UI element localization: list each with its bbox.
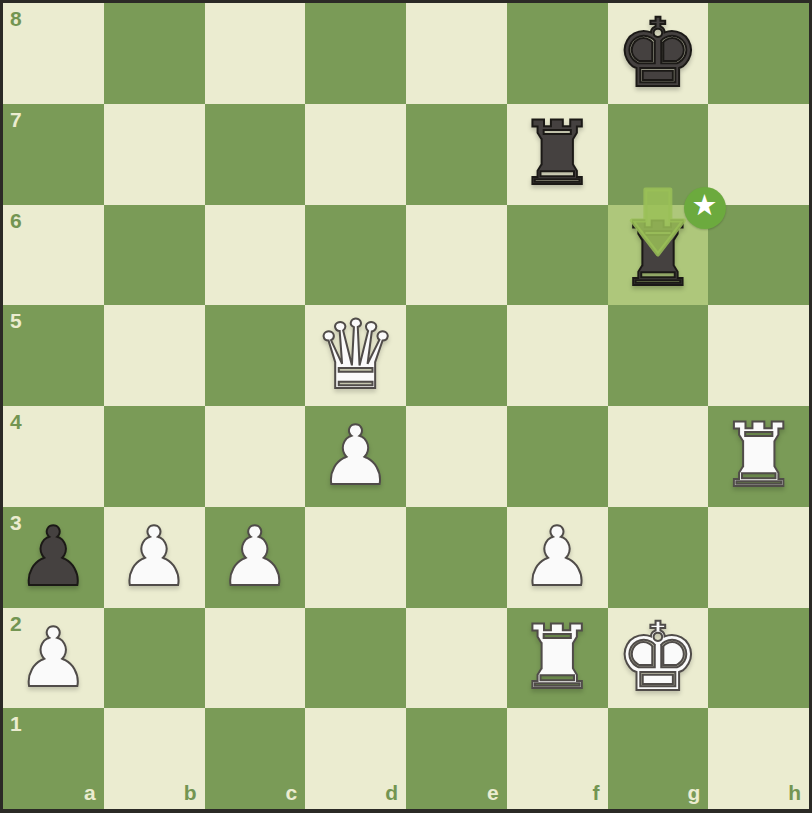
square-a4[interactable]: 4 <box>3 406 104 507</box>
square-b2[interactable] <box>104 608 205 709</box>
piece-white-pawn-d4[interactable]: ♟ <box>305 406 406 507</box>
file-label-f: f <box>593 781 600 805</box>
square-e2[interactable] <box>406 608 507 709</box>
piece-white-pawn-c3[interactable]: ♟ <box>205 507 306 608</box>
square-f1[interactable]: f <box>507 708 608 809</box>
square-h8[interactable] <box>708 3 809 104</box>
rank-label-7: 7 <box>10 108 22 132</box>
file-label-c: c <box>286 781 298 805</box>
square-b1[interactable]: b <box>104 708 205 809</box>
rank-label-5: 5 <box>10 309 22 333</box>
square-h1[interactable]: h <box>708 708 809 809</box>
square-a2[interactable]: 2♟ <box>3 608 104 709</box>
square-b5[interactable] <box>104 305 205 406</box>
square-e6[interactable] <box>406 205 507 306</box>
square-d3[interactable] <box>305 507 406 608</box>
square-g6[interactable]: ♜★ <box>608 205 709 306</box>
file-label-d: d <box>385 781 398 805</box>
square-d1[interactable]: d <box>305 708 406 809</box>
square-f6[interactable] <box>507 205 608 306</box>
square-h7[interactable] <box>708 104 809 205</box>
piece-white-pawn-a2[interactable]: ♟ <box>3 608 104 709</box>
square-b4[interactable] <box>104 406 205 507</box>
square-e1[interactable]: e <box>406 708 507 809</box>
square-e4[interactable] <box>406 406 507 507</box>
file-label-h: h <box>788 781 801 805</box>
square-a6[interactable]: 6 <box>3 205 104 306</box>
best-move-badge: ★ <box>684 187 726 229</box>
square-f2[interactable]: ♜ <box>507 608 608 709</box>
square-f4[interactable] <box>507 406 608 507</box>
square-a3[interactable]: 3♟ <box>3 507 104 608</box>
square-b7[interactable] <box>104 104 205 205</box>
square-h6[interactable] <box>708 205 809 306</box>
square-e5[interactable] <box>406 305 507 406</box>
piece-white-rook-h4[interactable]: ♜ <box>708 406 809 507</box>
square-b8[interactable] <box>104 3 205 104</box>
square-d6[interactable] <box>305 205 406 306</box>
piece-white-pawn-f3[interactable]: ♟ <box>507 507 608 608</box>
chess-board[interactable]: 8♚7♜6♜★5♛4♟♜3♟♟♟♟2♟♜♚1abcdefgh <box>3 3 809 809</box>
file-label-e: e <box>487 781 499 805</box>
piece-black-rook-f7[interactable]: ♜ <box>507 104 608 205</box>
piece-black-pawn-a3[interactable]: ♟ <box>3 507 104 608</box>
square-g1[interactable]: g <box>608 708 709 809</box>
square-a1[interactable]: 1a <box>3 708 104 809</box>
file-label-a: a <box>84 781 96 805</box>
rank-label-3: 3 <box>10 511 22 535</box>
square-e8[interactable] <box>406 3 507 104</box>
square-c7[interactable] <box>205 104 306 205</box>
square-d8[interactable] <box>305 3 406 104</box>
piece-black-king-g8[interactable]: ♚ <box>608 3 709 104</box>
piece-white-rook-f2[interactable]: ♜ <box>507 608 608 709</box>
square-h2[interactable] <box>708 608 809 709</box>
square-d5[interactable]: ♛ <box>305 305 406 406</box>
square-a7[interactable]: 7 <box>3 104 104 205</box>
rank-label-8: 8 <box>10 7 22 31</box>
square-d7[interactable] <box>305 104 406 205</box>
square-g8[interactable]: ♚ <box>608 3 709 104</box>
square-b6[interactable] <box>104 205 205 306</box>
square-e7[interactable] <box>406 104 507 205</box>
square-f3[interactable]: ♟ <box>507 507 608 608</box>
square-h5[interactable] <box>708 305 809 406</box>
square-c1[interactable]: c <box>205 708 306 809</box>
rank-label-4: 4 <box>10 410 22 434</box>
square-c8[interactable] <box>205 3 306 104</box>
square-d4[interactable]: ♟ <box>305 406 406 507</box>
square-g3[interactable] <box>608 507 709 608</box>
chess-board-frame: 8♚7♜6♜★5♛4♟♜3♟♟♟♟2♟♜♚1abcdefgh <box>0 0 812 813</box>
file-label-b: b <box>184 781 197 805</box>
square-a5[interactable]: 5 <box>3 305 104 406</box>
square-f7[interactable]: ♜ <box>507 104 608 205</box>
square-h3[interactable] <box>708 507 809 608</box>
square-g2[interactable]: ♚ <box>608 608 709 709</box>
square-a8[interactable]: 8 <box>3 3 104 104</box>
square-f5[interactable] <box>507 305 608 406</box>
square-c5[interactable] <box>205 305 306 406</box>
square-c3[interactable]: ♟ <box>205 507 306 608</box>
rank-label-2: 2 <box>10 612 22 636</box>
piece-white-queen-d5[interactable]: ♛ <box>305 305 406 406</box>
square-c2[interactable] <box>205 608 306 709</box>
square-g5[interactable] <box>608 305 709 406</box>
file-label-g: g <box>687 781 700 805</box>
rank-label-1: 1 <box>10 712 22 736</box>
square-f8[interactable] <box>507 3 608 104</box>
square-g4[interactable] <box>608 406 709 507</box>
square-e3[interactable] <box>406 507 507 608</box>
rank-label-6: 6 <box>10 209 22 233</box>
star-icon: ★ <box>692 191 718 220</box>
square-h4[interactable]: ♜ <box>708 406 809 507</box>
piece-white-king-g2[interactable]: ♚ <box>608 608 709 709</box>
piece-white-pawn-b3[interactable]: ♟ <box>104 507 205 608</box>
square-d2[interactable] <box>305 608 406 709</box>
square-b3[interactable]: ♟ <box>104 507 205 608</box>
square-c4[interactable] <box>205 406 306 507</box>
square-c6[interactable] <box>205 205 306 306</box>
